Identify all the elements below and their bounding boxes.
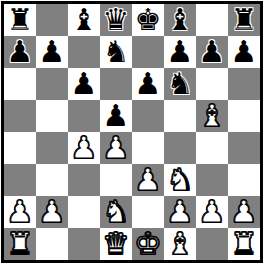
white-pawn[interactable]: ♟	[71, 132, 98, 164]
square-a8[interactable]: ♜	[4, 4, 36, 36]
square-h7[interactable]: ♟	[228, 36, 260, 68]
white-pawn[interactable]: ♟	[135, 164, 162, 196]
square-b4[interactable]	[36, 132, 68, 164]
square-d3[interactable]	[100, 164, 132, 196]
square-e2[interactable]	[132, 196, 164, 228]
square-a3[interactable]	[4, 164, 36, 196]
black-pawn[interactable]: ♟	[39, 36, 66, 68]
white-pawn[interactable]: ♟	[199, 196, 226, 228]
black-pawn[interactable]: ♟	[199, 36, 226, 68]
black-pawn[interactable]: ♟	[167, 36, 194, 68]
black-rook[interactable]: ♜	[231, 4, 258, 36]
square-g1[interactable]	[196, 228, 228, 260]
square-f7[interactable]: ♟	[164, 36, 196, 68]
chess-board: ♜♝♛♚♝♜♟♟♞♟♟♟♟♟♞♟♝♟♟♟♞♟♟♞♟♟♟♜♛♚♝♜	[4, 4, 260, 260]
square-f4[interactable]	[164, 132, 196, 164]
square-b5[interactable]	[36, 100, 68, 132]
square-g3[interactable]	[196, 164, 228, 196]
white-bishop[interactable]: ♝	[167, 228, 194, 260]
square-a7[interactable]: ♟	[4, 36, 36, 68]
black-pawn[interactable]: ♟	[71, 68, 98, 100]
square-d8[interactable]: ♛	[100, 4, 132, 36]
square-f1[interactable]: ♝	[164, 228, 196, 260]
square-a6[interactable]	[4, 68, 36, 100]
white-pawn[interactable]: ♟	[231, 196, 258, 228]
square-f2[interactable]: ♟	[164, 196, 196, 228]
square-h1[interactable]: ♜	[228, 228, 260, 260]
black-pawn[interactable]: ♟	[135, 68, 162, 100]
square-c8[interactable]: ♝	[68, 4, 100, 36]
square-h3[interactable]	[228, 164, 260, 196]
square-c4[interactable]: ♟	[68, 132, 100, 164]
square-a2[interactable]: ♟	[4, 196, 36, 228]
square-e3[interactable]: ♟	[132, 164, 164, 196]
square-d6[interactable]	[100, 68, 132, 100]
square-c6[interactable]: ♟	[68, 68, 100, 100]
square-h4[interactable]	[228, 132, 260, 164]
black-knight[interactable]: ♞	[167, 68, 194, 100]
black-bishop[interactable]: ♝	[71, 4, 98, 36]
square-d5[interactable]: ♟	[100, 100, 132, 132]
black-king[interactable]: ♚	[135, 4, 162, 36]
black-rook[interactable]: ♜	[7, 4, 34, 36]
white-knight[interactable]: ♞	[103, 196, 130, 228]
square-c5[interactable]	[68, 100, 100, 132]
square-c7[interactable]	[68, 36, 100, 68]
square-g7[interactable]: ♟	[196, 36, 228, 68]
black-pawn[interactable]: ♟	[7, 36, 34, 68]
square-b8[interactable]	[36, 4, 68, 36]
square-e6[interactable]: ♟	[132, 68, 164, 100]
square-b7[interactable]: ♟	[36, 36, 68, 68]
black-queen[interactable]: ♛	[103, 4, 130, 36]
square-e7[interactable]	[132, 36, 164, 68]
square-h2[interactable]: ♟	[228, 196, 260, 228]
square-g8[interactable]	[196, 4, 228, 36]
square-c3[interactable]	[68, 164, 100, 196]
diagram-margin: ♜♝♛♚♝♜♟♟♞♟♟♟♟♟♞♟♝♟♟♟♞♟♟♞♟♟♟♜♛♚♝♜	[0, 0, 264, 264]
square-f6[interactable]: ♞	[164, 68, 196, 100]
square-b1[interactable]	[36, 228, 68, 260]
square-a4[interactable]	[4, 132, 36, 164]
square-f5[interactable]	[164, 100, 196, 132]
square-a5[interactable]	[4, 100, 36, 132]
black-pawn[interactable]: ♟	[231, 36, 258, 68]
square-b2[interactable]: ♟	[36, 196, 68, 228]
square-g6[interactable]	[196, 68, 228, 100]
white-pawn[interactable]: ♟	[39, 196, 66, 228]
square-h8[interactable]: ♜	[228, 4, 260, 36]
white-queen[interactable]: ♛	[103, 228, 130, 260]
white-pawn[interactable]: ♟	[103, 132, 130, 164]
white-pawn[interactable]: ♟	[7, 196, 34, 228]
white-pawn[interactable]: ♟	[167, 196, 194, 228]
white-bishop[interactable]: ♝	[199, 100, 226, 132]
square-f3[interactable]: ♞	[164, 164, 196, 196]
black-pawn[interactable]: ♟	[103, 100, 130, 132]
square-g2[interactable]: ♟	[196, 196, 228, 228]
white-rook[interactable]: ♜	[7, 228, 34, 260]
square-g5[interactable]: ♝	[196, 100, 228, 132]
square-d7[interactable]: ♞	[100, 36, 132, 68]
chess-board-frame: ♜♝♛♚♝♜♟♟♞♟♟♟♟♟♞♟♝♟♟♟♞♟♟♞♟♟♟♜♛♚♝♜	[1, 1, 263, 263]
square-d2[interactable]: ♞	[100, 196, 132, 228]
white-king[interactable]: ♚	[135, 228, 162, 260]
square-f8[interactable]: ♝	[164, 4, 196, 36]
square-b3[interactable]	[36, 164, 68, 196]
square-c2[interactable]	[68, 196, 100, 228]
black-knight[interactable]: ♞	[103, 36, 130, 68]
square-g4[interactable]	[196, 132, 228, 164]
square-e4[interactable]	[132, 132, 164, 164]
square-b6[interactable]	[36, 68, 68, 100]
square-c1[interactable]	[68, 228, 100, 260]
square-h6[interactable]	[228, 68, 260, 100]
black-bishop[interactable]: ♝	[167, 4, 194, 36]
square-e1[interactable]: ♚	[132, 228, 164, 260]
square-d4[interactable]: ♟	[100, 132, 132, 164]
square-e8[interactable]: ♚	[132, 4, 164, 36]
square-e5[interactable]	[132, 100, 164, 132]
white-rook[interactable]: ♜	[231, 228, 258, 260]
square-h5[interactable]	[228, 100, 260, 132]
square-d1[interactable]: ♛	[100, 228, 132, 260]
white-knight[interactable]: ♞	[167, 164, 194, 196]
square-a1[interactable]: ♜	[4, 228, 36, 260]
